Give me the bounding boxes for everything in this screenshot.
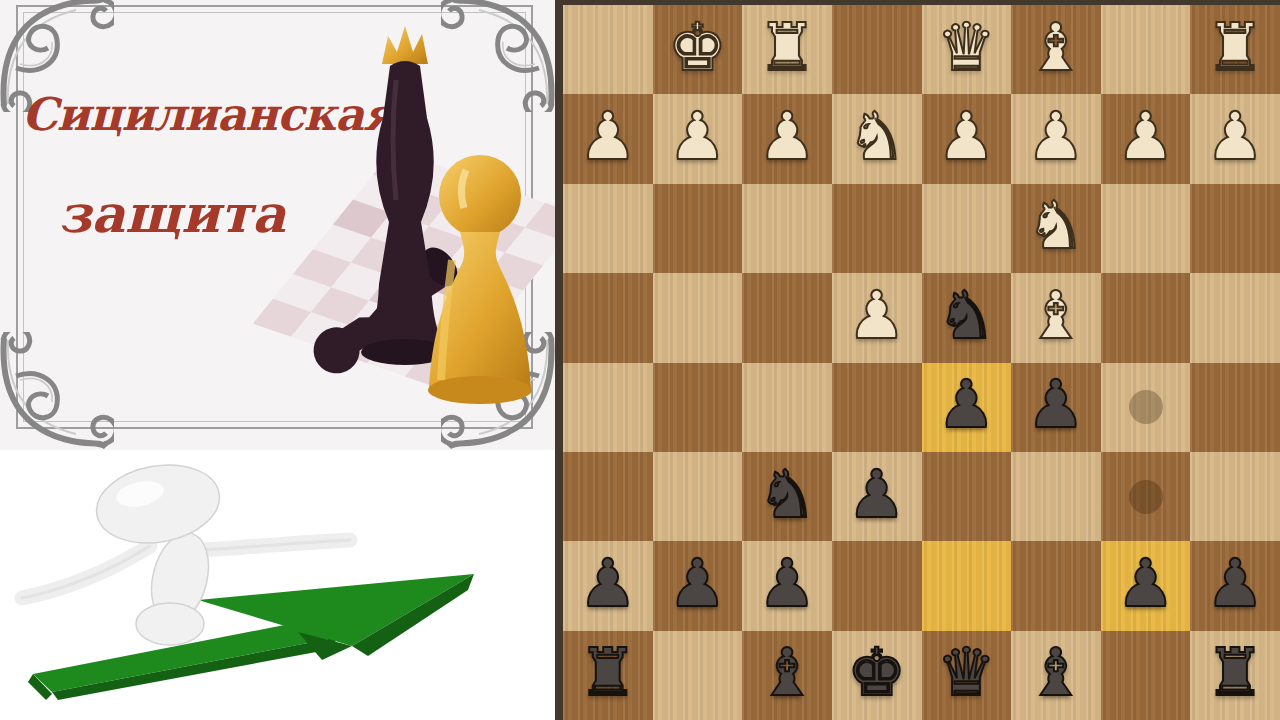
square-d2[interactable]: ♟ [922,94,1012,183]
square-h1[interactable] [563,5,653,94]
square-a1[interactable]: ♜ [1190,5,1280,94]
square-e5[interactable] [832,363,922,452]
black-king-e8[interactable]: ♚ [847,640,906,706]
black-pawn-c5[interactable]: ♟ [1026,372,1085,438]
square-b2[interactable]: ♟ [1101,94,1191,183]
black-bishop-c8[interactable]: ♝ [1026,640,1085,706]
square-g4[interactable] [653,273,743,362]
square-f8[interactable]: ♝ [742,631,832,720]
square-b6[interactable] [1101,452,1191,541]
square-f1[interactable]: ♜ [742,5,832,94]
square-g6[interactable] [653,452,743,541]
square-b1[interactable] [1101,5,1191,94]
square-e4[interactable]: ♟ [832,273,922,362]
black-pawn-a7[interactable]: ♟ [1206,551,1265,617]
square-c6[interactable] [1011,452,1101,541]
square-h4[interactable] [563,273,653,362]
square-f5[interactable] [742,363,832,452]
square-b8[interactable] [1101,631,1191,720]
white-queen-d1[interactable]: ♛ [937,15,996,81]
black-pawn-d5[interactable]: ♟ [937,372,996,438]
square-h5[interactable] [563,363,653,452]
white-bishop-c4[interactable]: ♝ [1026,283,1085,349]
square-e7[interactable] [832,541,922,630]
square-e8[interactable]: ♚ [832,631,922,720]
square-b7[interactable]: ♟ [1101,541,1191,630]
title-card: Сицилианская защита [0,0,555,450]
white-pawn-c2[interactable]: ♟ [1026,104,1085,170]
white-pawn-f2[interactable]: ♟ [757,104,816,170]
square-a2[interactable]: ♟ [1190,94,1280,183]
square-g3[interactable] [653,184,743,273]
black-pawn-g7[interactable]: ♟ [668,551,727,617]
square-d7[interactable] [922,541,1012,630]
square-g5[interactable] [653,363,743,452]
arrow-rider-panel [0,450,555,720]
black-pawn-h7[interactable]: ♟ [578,551,637,617]
square-h8[interactable]: ♜ [563,631,653,720]
square-b4[interactable] [1101,273,1191,362]
square-d6[interactable] [922,452,1012,541]
white-knight-c3[interactable]: ♞ [1026,193,1085,259]
square-f7[interactable]: ♟ [742,541,832,630]
square-c1[interactable]: ♝ [1011,5,1101,94]
title-line-1: Сицилианская [22,88,322,141]
black-pawn-b7[interactable]: ♟ [1116,551,1175,617]
square-c7[interactable] [1011,541,1101,630]
white-pawn-d2[interactable]: ♟ [937,104,996,170]
square-d8[interactable]: ♛ [922,631,1012,720]
square-e2[interactable]: ♞ [832,94,922,183]
legal-move-dot-b6[interactable] [1129,480,1163,514]
legal-move-dot-b5[interactable] [1129,390,1163,424]
square-a3[interactable] [1190,184,1280,273]
white-king-g1[interactable]: ♚ [668,15,727,81]
square-e1[interactable] [832,5,922,94]
square-g1[interactable]: ♚ [653,5,743,94]
square-c5[interactable]: ♟ [1011,363,1101,452]
square-b5[interactable] [1101,363,1191,452]
square-h3[interactable] [563,184,653,273]
square-a5[interactable] [1190,363,1280,452]
white-rook-f1[interactable]: ♜ [757,15,816,81]
square-a6[interactable] [1190,452,1280,541]
white-pawn-e4[interactable]: ♟ [847,283,906,349]
square-f3[interactable] [742,184,832,273]
square-f4[interactable] [742,273,832,362]
white-pawn-h2[interactable]: ♟ [578,104,637,170]
black-pawn-e6[interactable]: ♟ [847,462,906,528]
green-arrow [28,574,474,700]
frame-corner-top-right [441,0,555,112]
square-g2[interactable]: ♟ [653,94,743,183]
frame-corner-bottom-right [441,332,555,450]
square-h7[interactable]: ♟ [563,541,653,630]
square-c3[interactable]: ♞ [1011,184,1101,273]
arrow-rider-graphic [0,450,555,720]
square-d3[interactable] [922,184,1012,273]
square-c8[interactable]: ♝ [1011,631,1101,720]
white-pawn-g2[interactable]: ♟ [668,104,727,170]
black-rook-a8[interactable]: ♜ [1206,640,1265,706]
black-rook-h8[interactable]: ♜ [578,640,637,706]
square-g7[interactable]: ♟ [653,541,743,630]
frame-corner-bottom-left [0,332,114,450]
square-e6[interactable]: ♟ [832,452,922,541]
screenshot-root: Сицилианская защита [0,0,1280,720]
black-knight-d4[interactable]: ♞ [937,283,996,349]
black-pawn-f7[interactable]: ♟ [757,551,816,617]
title-text: Сицилианская защита [22,88,322,244]
white-knight-e2[interactable]: ♞ [847,104,906,170]
square-d4[interactable]: ♞ [922,273,1012,362]
square-f6[interactable]: ♞ [742,452,832,541]
chess-board[interactable]: ♚♜♛♝♜♟♟♟♞♟♟♟♟♞♟♞♝♟♟♞♟♟♟♟♟♟♜♝♚♛♝♜ [555,0,1280,720]
square-a7[interactable]: ♟ [1190,541,1280,630]
square-g8[interactable] [653,631,743,720]
black-bishop-f8[interactable]: ♝ [757,640,816,706]
square-h6[interactable] [563,452,653,541]
square-b3[interactable] [1101,184,1191,273]
white-rook-a1[interactable]: ♜ [1206,15,1265,81]
square-c4[interactable]: ♝ [1011,273,1101,362]
square-h2[interactable]: ♟ [563,94,653,183]
white-pawn-b2[interactable]: ♟ [1116,104,1175,170]
white-bishop-c1[interactable]: ♝ [1026,15,1085,81]
left-column: Сицилианская защита [0,0,555,720]
square-d5[interactable]: ♟ [922,363,1012,452]
square-e3[interactable] [832,184,922,273]
black-knight-f6[interactable]: ♞ [757,462,816,528]
square-a4[interactable] [1190,273,1280,362]
title-line-2: защита [22,183,322,244]
white-pawn-a2[interactable]: ♟ [1206,104,1265,170]
black-queen-d8[interactable]: ♛ [937,640,996,706]
square-c2[interactable]: ♟ [1011,94,1101,183]
square-a8[interactable]: ♜ [1190,631,1280,720]
square-d1[interactable]: ♛ [922,5,1012,94]
square-f2[interactable]: ♟ [742,94,832,183]
